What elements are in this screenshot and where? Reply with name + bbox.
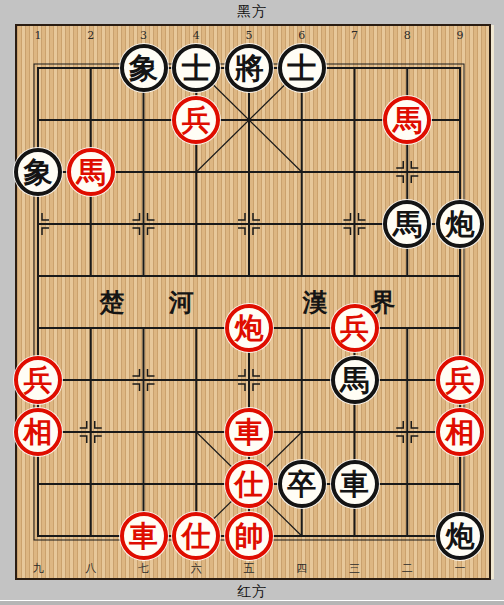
- file-number-top: 2: [87, 29, 94, 42]
- piece-black-horse[interactable]: 馬: [383, 200, 431, 248]
- piece-glyph: 炮: [235, 314, 264, 343]
- piece-glyph: 兵: [340, 314, 369, 343]
- piece-glyph: 士: [287, 54, 316, 83]
- file-number-top: 9: [457, 29, 464, 42]
- piece-glyph: 士: [182, 54, 211, 83]
- file-number-top: 7: [351, 29, 358, 42]
- piece-glyph: 車: [129, 522, 158, 551]
- river-label: 河: [169, 286, 194, 319]
- piece-glyph: 相: [446, 418, 475, 447]
- piece-red-soldier[interactable]: 兵: [172, 96, 220, 144]
- red-side-label: 红方: [0, 583, 504, 601]
- piece-glyph: 將: [235, 54, 264, 83]
- file-number-bottom: 一: [455, 561, 466, 576]
- piece-glyph: 馬: [340, 366, 369, 395]
- piece-glyph: 帥: [235, 522, 264, 551]
- piece-glyph: 兵: [24, 366, 53, 395]
- piece-red-soldier[interactable]: 兵: [331, 304, 379, 352]
- piece-glyph: 馬: [393, 210, 422, 239]
- piece-glyph: 卒: [287, 470, 316, 499]
- file-number-top: 1: [35, 29, 42, 42]
- piece-red-chariot[interactable]: 車: [120, 512, 168, 560]
- piece-red-chariot[interactable]: 車: [225, 408, 273, 456]
- panel-bevel-shadow: [0, 601, 504, 605]
- piece-glyph: 炮: [446, 210, 475, 239]
- piece-black-general[interactable]: 將: [225, 44, 273, 92]
- file-number-top: 6: [298, 29, 305, 42]
- piece-glyph: 炮: [446, 522, 475, 551]
- file-number-bottom: 六: [191, 561, 202, 576]
- piece-glyph: 兵: [182, 106, 211, 135]
- river-label: 漢: [303, 286, 328, 319]
- piece-red-soldier[interactable]: 兵: [436, 356, 484, 404]
- black-side-label: 黑方: [0, 3, 504, 21]
- piece-red-soldier[interactable]: 兵: [14, 356, 62, 404]
- file-number-bottom: 七: [138, 561, 149, 576]
- river-label: 楚: [100, 286, 125, 319]
- piece-black-cannon[interactable]: 炮: [436, 512, 484, 560]
- piece-glyph: 仕: [182, 522, 211, 551]
- piece-glyph: 象: [24, 158, 53, 187]
- piece-glyph: 馬: [76, 158, 105, 187]
- piece-red-elephant[interactable]: 相: [14, 408, 62, 456]
- xiangqi-board: 123456789 九八七六五四三二一 楚河漢界 象士將士兵馬象馬馬炮炮兵兵馬兵…: [15, 24, 491, 580]
- piece-black-soldier[interactable]: 卒: [278, 460, 326, 508]
- piece-red-horse[interactable]: 馬: [383, 96, 431, 144]
- piece-glyph: 車: [235, 418, 264, 447]
- piece-black-elephant[interactable]: 象: [120, 44, 168, 92]
- file-number-bottom: 二: [402, 561, 413, 576]
- piece-black-horse[interactable]: 馬: [331, 356, 379, 404]
- file-number-bottom: 四: [296, 561, 307, 576]
- piece-black-cannon[interactable]: 炮: [436, 200, 484, 248]
- piece-red-cannon[interactable]: 炮: [225, 304, 273, 352]
- piece-glyph: 車: [340, 470, 369, 499]
- xiangqi-app: 黑方 123456789 九八七六五四三二一 楚河漢界 象士將士兵馬象馬馬炮炮兵…: [0, 0, 504, 605]
- file-number-bottom: 三: [349, 561, 360, 576]
- piece-glyph: 馬: [393, 106, 422, 135]
- file-number-top: 8: [404, 29, 411, 42]
- piece-red-horse[interactable]: 馬: [67, 148, 115, 196]
- file-number-top: 4: [193, 29, 200, 42]
- piece-red-advisor[interactable]: 仕: [225, 460, 273, 508]
- piece-glyph: 相: [24, 418, 53, 447]
- piece-glyph: 仕: [235, 470, 264, 499]
- file-number-bottom: 五: [244, 561, 255, 576]
- piece-black-advisor[interactable]: 士: [172, 44, 220, 92]
- piece-red-advisor[interactable]: 仕: [172, 512, 220, 560]
- piece-black-chariot[interactable]: 車: [331, 460, 379, 508]
- file-number-top: 5: [246, 29, 253, 42]
- piece-glyph: 兵: [446, 366, 475, 395]
- file-number-bottom: 九: [33, 561, 44, 576]
- file-number-top: 3: [140, 29, 147, 42]
- piece-red-general[interactable]: 帥: [225, 512, 273, 560]
- file-number-bottom: 八: [85, 561, 96, 576]
- piece-black-elephant[interactable]: 象: [14, 148, 62, 196]
- piece-red-elephant[interactable]: 相: [436, 408, 484, 456]
- piece-black-advisor[interactable]: 士: [278, 44, 326, 92]
- piece-glyph: 象: [129, 54, 158, 83]
